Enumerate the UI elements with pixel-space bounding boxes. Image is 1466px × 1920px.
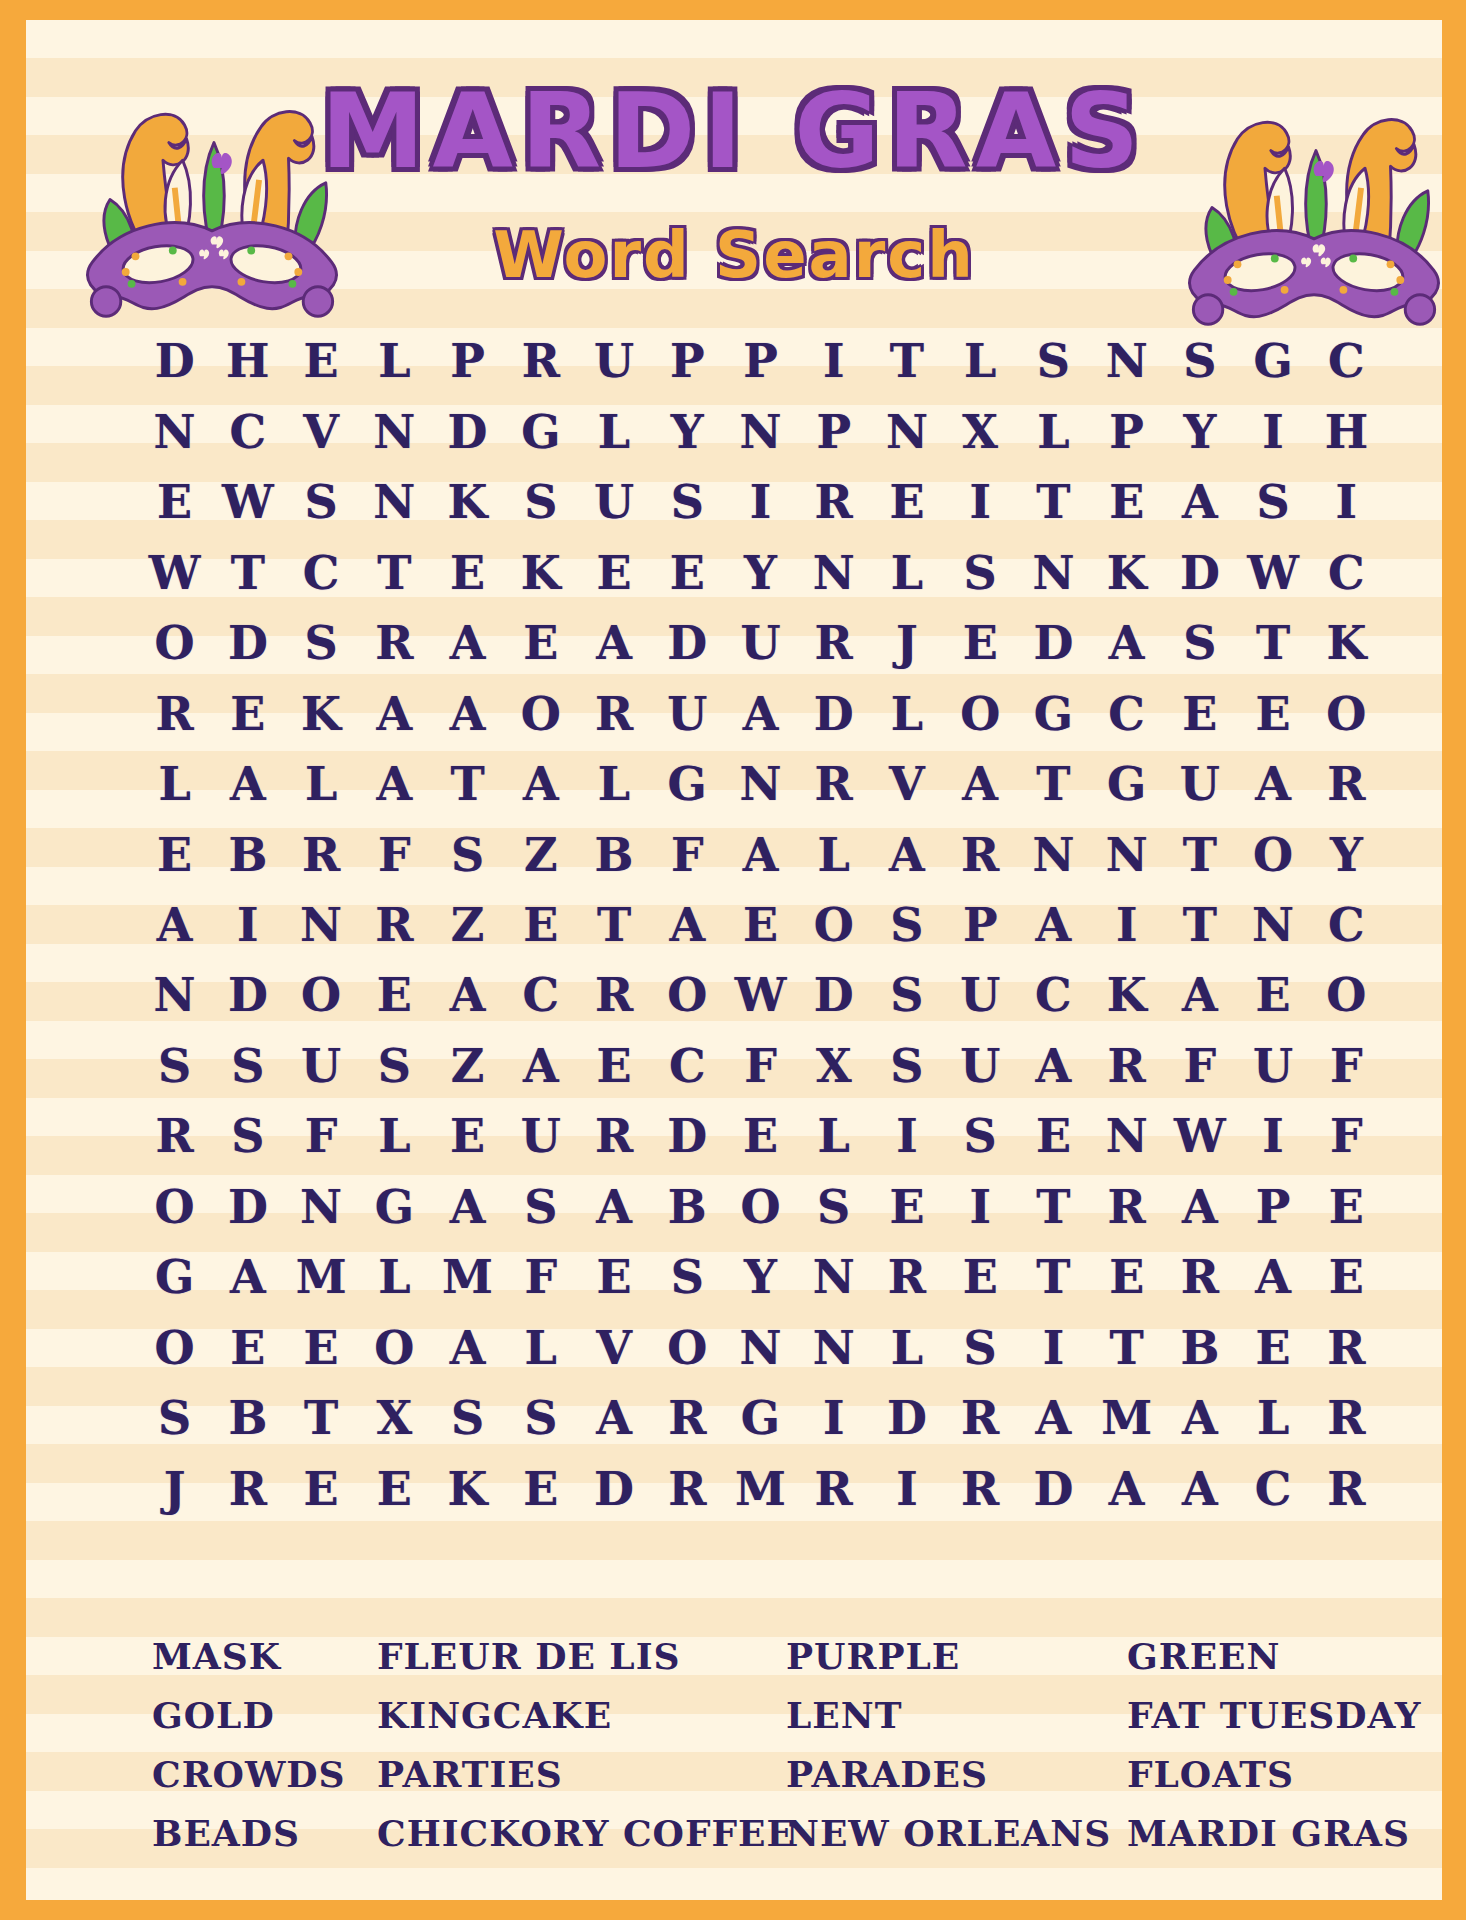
grid-cell-r16c15[interactable]: A [1163,1383,1236,1453]
grid-cell-r12c6[interactable]: U [504,1101,577,1171]
grid-cell-r1c5[interactable]: P [431,326,504,396]
grid-cell-r7c8[interactable]: G [651,749,724,819]
grid-cell-r17c5[interactable]: K [431,1454,504,1524]
grid-cell-r10c16[interactable]: E [1237,960,1310,1030]
grid-cell-r3c1[interactable]: E [138,467,211,537]
grid-cell-r17c7[interactable]: D [577,1454,650,1524]
grid-cell-r8c12[interactable]: R [944,819,1017,889]
grid-cell-r6c4[interactable]: A [358,678,431,748]
grid-cell-r11c11[interactable]: S [870,1031,943,1101]
grid-cell-r2c15[interactable]: Y [1163,396,1236,466]
grid-cell-r9c5[interactable]: Z [431,890,504,960]
grid-cell-r3c9[interactable]: I [724,467,797,537]
grid-cell-r16c12[interactable]: R [944,1383,1017,1453]
grid-cell-r13c1[interactable]: O [138,1172,211,1242]
grid-cell-r3c4[interactable]: N [358,467,431,537]
grid-cell-r14c13[interactable]: T [1017,1242,1090,1312]
grid-cell-r7c10[interactable]: R [797,749,870,819]
worksheet-page: MARDI GRAS Word Search [0,0,1466,1920]
grid-cell-r17c8[interactable]: R [651,1454,724,1524]
grid-cell-r5c6[interactable]: E [504,608,577,678]
grid-cell-r4c6[interactable]: K [504,537,577,607]
grid-cell-r5c1[interactable]: O [138,608,211,678]
grid-cell-r1c15[interactable]: S [1163,326,1236,396]
grid-cell-r7c5[interactable]: T [431,749,504,819]
grid-cell-r15c13[interactable]: I [1017,1313,1090,1383]
word-list-item: BEADS [152,1803,346,1862]
grid-cell-r10c17[interactable]: O [1310,960,1383,1030]
grid-cell-r15c9[interactable]: N [724,1313,797,1383]
grid-cell-r3c10[interactable]: R [797,467,870,537]
grid-cell-r2c16[interactable]: I [1237,396,1310,466]
grid-cell-r6c6[interactable]: O [504,678,577,748]
grid-cell-r7c17[interactable]: R [1310,749,1383,819]
grid-cell-r13c9[interactable]: O [724,1172,797,1242]
grid-cell-r6c11[interactable]: L [870,678,943,748]
grid-cell-r10c15[interactable]: A [1163,960,1236,1030]
grid-cell-r13c11[interactable]: E [870,1172,943,1242]
grid-cell-r4c1[interactable]: W [138,537,211,607]
grid-cell-r17c10[interactable]: R [797,1454,870,1524]
grid-cell-r13c5[interactable]: A [431,1172,504,1242]
grid-cell-r5c13[interactable]: D [1017,608,1090,678]
grid-cell-r12c3[interactable]: F [284,1101,357,1171]
grid-cell-r1c4[interactable]: L [358,326,431,396]
grid-cell-r7c9[interactable]: N [724,749,797,819]
grid-cell-r2c5[interactable]: D [431,396,504,466]
grid-cell-r11c17[interactable]: F [1310,1031,1383,1101]
grid-cell-r14c3[interactable]: M [284,1242,357,1312]
grid-cell-r7c13[interactable]: T [1017,749,1090,819]
grid-cell-r15c14[interactable]: T [1090,1313,1163,1383]
grid-cell-r14c17[interactable]: E [1310,1242,1383,1312]
grid-cell-r16c17[interactable]: R [1310,1383,1383,1453]
grid-cell-r12c7[interactable]: R [577,1101,650,1171]
word-list-item: NEW ORLEANS [786,1803,1111,1862]
word-list-item: MASK [152,1626,346,1685]
grid-cell-r14c12[interactable]: E [944,1242,1017,1312]
grid-cell-r17c3[interactable]: E [284,1454,357,1524]
grid-cell-r5c5[interactable]: A [431,608,504,678]
grid-cell-r2c10[interactable]: P [797,396,870,466]
grid-cell-r3c15[interactable]: A [1163,467,1236,537]
grid-cell-r3c16[interactable]: S [1237,467,1310,537]
grid-cell-r1c13[interactable]: S [1017,326,1090,396]
grid-cell-r3c17[interactable]: I [1310,467,1383,537]
grid-cell-r2c11[interactable]: N [870,396,943,466]
grid-cell-r16c10[interactable]: I [797,1383,870,1453]
grid-cell-r5c17[interactable]: K [1310,608,1383,678]
grid-cell-r13c10[interactable]: S [797,1172,870,1242]
grid-cell-r7c6[interactable]: A [504,749,577,819]
grid-cell-r3c5[interactable]: K [431,467,504,537]
grid-cell-r17c16[interactable]: C [1237,1454,1310,1524]
grid-cell-r15c3[interactable]: E [284,1313,357,1383]
grid-cell-r5c8[interactable]: D [651,608,724,678]
grid-cell-r9c15[interactable]: T [1163,890,1236,960]
grid-cell-r9c13[interactable]: A [1017,890,1090,960]
grid-cell-r6c17[interactable]: O [1310,678,1383,748]
grid-cell-r8c17[interactable]: Y [1310,819,1383,889]
grid-cell-r11c13[interactable]: A [1017,1031,1090,1101]
grid-cell-r1c10[interactable]: I [797,326,870,396]
grid-cell-r2c1[interactable]: N [138,396,211,466]
grid-cell-r8c15[interactable]: T [1163,819,1236,889]
grid-cell-r6c5[interactable]: A [431,678,504,748]
grid-cell-r12c8[interactable]: D [651,1101,724,1171]
grid-cell-r4c9[interactable]: Y [724,537,797,607]
grid-cell-r10c3[interactable]: O [284,960,357,1030]
grid-cell-r8c4[interactable]: F [358,819,431,889]
grid-cell-r7c7[interactable]: L [577,749,650,819]
grid-cell-r8c9[interactable]: A [724,819,797,889]
grid-cell-r11c8[interactable]: C [651,1031,724,1101]
grid-cell-r14c2[interactable]: A [211,1242,284,1312]
grid-cell-r2c6[interactable]: G [504,396,577,466]
grid-cell-r12c9[interactable]: E [724,1101,797,1171]
grid-cell-r1c17[interactable]: C [1310,326,1383,396]
grid-cell-r12c4[interactable]: L [358,1101,431,1171]
grid-cell-r15c16[interactable]: E [1237,1313,1310,1383]
grid-cell-r4c7[interactable]: E [577,537,650,607]
grid-cell-r4c14[interactable]: K [1090,537,1163,607]
grid-cell-r15c12[interactable]: S [944,1313,1017,1383]
grid-cell-r4c2[interactable]: T [211,537,284,607]
grid-cell-r16c1[interactable]: S [138,1383,211,1453]
grid-cell-r14c7[interactable]: E [577,1242,650,1312]
grid-cell-r6c14[interactable]: C [1090,678,1163,748]
grid-cell-r10c4[interactable]: E [358,960,431,1030]
grid-cell-r6c10[interactable]: D [797,678,870,748]
grid-cell-r16c11[interactable]: D [870,1383,943,1453]
grid-cell-r4c11[interactable]: L [870,537,943,607]
grid-cell-r13c7[interactable]: A [577,1172,650,1242]
grid-cell-r15c4[interactable]: O [358,1313,431,1383]
grid-cell-r12c16[interactable]: I [1237,1101,1310,1171]
grid-cell-r5c15[interactable]: S [1163,608,1236,678]
grid-cell-r6c7[interactable]: R [577,678,650,748]
grid-cell-r14c8[interactable]: S [651,1242,724,1312]
grid-cell-r16c16[interactable]: L [1237,1383,1310,1453]
grid-cell-r1c2[interactable]: H [211,326,284,396]
grid-cell-r7c4[interactable]: A [358,749,431,819]
grid-cell-r13c8[interactable]: B [651,1172,724,1242]
grid-cell-r9c11[interactable]: S [870,890,943,960]
grid-cell-r1c16[interactable]: G [1237,326,1310,396]
grid-cell-r12c17[interactable]: F [1310,1101,1383,1171]
grid-cell-r11c15[interactable]: F [1163,1031,1236,1101]
grid-cell-r5c3[interactable]: S [284,608,357,678]
grid-cell-r9c12[interactable]: P [944,890,1017,960]
grid-cell-r7c1[interactable]: L [138,749,211,819]
grid-cell-r7c11[interactable]: V [870,749,943,819]
grid-cell-r15c1[interactable]: O [138,1313,211,1383]
grid-cell-r4c3[interactable]: C [284,537,357,607]
grid-cell-r6c12[interactable]: O [944,678,1017,748]
grid-cell-r7c2[interactable]: A [211,749,284,819]
grid-cell-r5c12[interactable]: E [944,608,1017,678]
grid-cell-r15c11[interactable]: L [870,1313,943,1383]
grid-cell-r7c16[interactable]: A [1237,749,1310,819]
grid-cell-r11c7[interactable]: E [577,1031,650,1101]
grid-cell-r7c12[interactable]: A [944,749,1017,819]
grid-cell-r3c8[interactable]: S [651,467,724,537]
grid-cell-r11c3[interactable]: U [284,1031,357,1101]
grid-cell-r14c14[interactable]: E [1090,1242,1163,1312]
grid-cell-r10c1[interactable]: N [138,960,211,1030]
grid-cell-r7c15[interactable]: U [1163,749,1236,819]
grid-cell-r7c3[interactable]: L [284,749,357,819]
grid-cell-r17c12[interactable]: R [944,1454,1017,1524]
grid-cell-r10c8[interactable]: O [651,960,724,1030]
grid-cell-r1c7[interactable]: U [577,326,650,396]
grid-cell-r12c5[interactable]: E [431,1101,504,1171]
grid-cell-r8c1[interactable]: E [138,819,211,889]
grid-cell-r9c10[interactable]: O [797,890,870,960]
grid-cell-r1c8[interactable]: P [651,326,724,396]
grid-cell-r15c2[interactable]: E [211,1313,284,1383]
grid-cell-r17c1[interactable]: J [138,1454,211,1524]
grid-cell-r4c4[interactable]: T [358,537,431,607]
grid-cell-r10c14[interactable]: K [1090,960,1163,1030]
grid-cell-r3c2[interactable]: W [211,467,284,537]
grid-cell-r10c7[interactable]: R [577,960,650,1030]
word-list-item: GOLD [152,1685,346,1744]
grid-cell-r1c14[interactable]: N [1090,326,1163,396]
grid-cell-r10c5[interactable]: A [431,960,504,1030]
grid-cell-r13c4[interactable]: G [358,1172,431,1242]
grid-cell-r12c15[interactable]: W [1163,1101,1236,1171]
grid-cell-r4c5[interactable]: E [431,537,504,607]
grid-cell-r1c3[interactable]: E [284,326,357,396]
grid-cell-r6c3[interactable]: K [284,678,357,748]
grid-cell-r2c13[interactable]: L [1017,396,1090,466]
grid-cell-r9c7[interactable]: T [577,890,650,960]
word-list-column-4: GREENFAT TUESDAYFLOATSMARDI GRAS [1127,1626,1421,1862]
grid-cell-r2c4[interactable]: N [358,396,431,466]
grid-cell-r4c16[interactable]: W [1237,537,1310,607]
grid-cell-r4c13[interactable]: N [1017,537,1090,607]
grid-cell-r13c17[interactable]: E [1310,1172,1383,1242]
grid-cell-r14c16[interactable]: A [1237,1242,1310,1312]
grid-cell-r9c4[interactable]: R [358,890,431,960]
grid-cell-r3c3[interactable]: S [284,467,357,537]
grid-cell-r8c14[interactable]: N [1090,819,1163,889]
grid-cell-r1c6[interactable]: R [504,326,577,396]
grid-cell-r16c5[interactable]: S [431,1383,504,1453]
grid-cell-r6c15[interactable]: E [1163,678,1236,748]
grid-cell-r15c5[interactable]: A [431,1313,504,1383]
grid-cell-r15c6[interactable]: L [504,1313,577,1383]
grid-cell-r4c17[interactable]: C [1310,537,1383,607]
grid-cell-r3c7[interactable]: U [577,467,650,537]
grid-cell-r15c10[interactable]: N [797,1313,870,1383]
grid-cell-r11c9[interactable]: F [724,1031,797,1101]
grid-cell-r13c15[interactable]: A [1163,1172,1236,1242]
grid-cell-r16c9[interactable]: G [724,1383,797,1453]
grid-cell-r14c15[interactable]: R [1163,1242,1236,1312]
grid-cell-r13c12[interactable]: I [944,1172,1017,1242]
grid-cell-r5c4[interactable]: R [358,608,431,678]
grid-cell-r17c11[interactable]: I [870,1454,943,1524]
grid-cell-r13c6[interactable]: S [504,1172,577,1242]
grid-cell-r12c14[interactable]: N [1090,1101,1163,1171]
word-list-item: CROWDS [152,1744,346,1803]
grid-cell-r11c2[interactable]: S [211,1031,284,1101]
word-list-item: KINGCAKE [377,1685,795,1744]
grid-cell-r9c8[interactable]: A [651,890,724,960]
grid-cell-r12c12[interactable]: S [944,1101,1017,1171]
grid-cell-r16c6[interactable]: S [504,1383,577,1453]
grid-cell-r11c16[interactable]: U [1237,1031,1310,1101]
grid-cell-r12c1[interactable]: R [138,1101,211,1171]
grid-cell-r8c3[interactable]: R [284,819,357,889]
grid-cell-r3c14[interactable]: E [1090,467,1163,537]
grid-cell-r14c6[interactable]: F [504,1242,577,1312]
grid-cell-r17c4[interactable]: E [358,1454,431,1524]
grid-cell-r13c2[interactable]: D [211,1172,284,1242]
grid-cell-r14c10[interactable]: N [797,1242,870,1312]
grid-cell-r17c9[interactable]: M [724,1454,797,1524]
grid-cell-r17c14[interactable]: A [1090,1454,1163,1524]
grid-cell-r6c13[interactable]: G [1017,678,1090,748]
grid-cell-r6c16[interactable]: E [1237,678,1310,748]
grid-cell-r3c12[interactable]: I [944,467,1017,537]
grid-cell-r6c1[interactable]: R [138,678,211,748]
word-list-column-1: MASKGOLDCROWDSBEADS [152,1626,346,1862]
grid-cell-r10c9[interactable]: W [724,960,797,1030]
grid-cell-r8c6[interactable]: Z [504,819,577,889]
grid-cell-r13c13[interactable]: T [1017,1172,1090,1242]
grid-cell-r17c13[interactable]: D [1017,1454,1090,1524]
grid-cell-r11c10[interactable]: X [797,1031,870,1101]
grid-cell-r8c16[interactable]: O [1237,819,1310,889]
grid-cell-r5c2[interactable]: D [211,608,284,678]
grid-cell-r16c3[interactable]: T [284,1383,357,1453]
grid-cell-r10c13[interactable]: C [1017,960,1090,1030]
grid-cell-r5c11[interactable]: J [870,608,943,678]
grid-cell-r15c7[interactable]: V [577,1313,650,1383]
grid-cell-r12c10[interactable]: L [797,1101,870,1171]
grid-cell-r1c12[interactable]: L [944,326,1017,396]
grid-cell-r4c12[interactable]: S [944,537,1017,607]
grid-cell-r16c2[interactable]: B [211,1383,284,1453]
grid-cell-r16c4[interactable]: X [358,1383,431,1453]
grid-cell-r13c14[interactable]: R [1090,1172,1163,1242]
grid-cell-r17c15[interactable]: A [1163,1454,1236,1524]
grid-cell-r2c8[interactable]: Y [651,396,724,466]
grid-cell-r1c11[interactable]: T [870,326,943,396]
grid-cell-r12c2[interactable]: S [211,1101,284,1171]
word-list-item: CHICKORY COFFEE [377,1803,795,1862]
grid-cell-r16c7[interactable]: A [577,1383,650,1453]
grid-cell-r8c11[interactable]: A [870,819,943,889]
grid-cell-r14c5[interactable]: M [431,1242,504,1312]
grid-cell-r10c12[interactable]: U [944,960,1017,1030]
grid-cell-r16c8[interactable]: R [651,1383,724,1453]
grid-cell-r2c2[interactable]: C [211,396,284,466]
grid-cell-r11c1[interactable]: S [138,1031,211,1101]
grid-cell-r13c16[interactable]: P [1237,1172,1310,1242]
grid-cell-r5c7[interactable]: A [577,608,650,678]
grid-cell-r3c11[interactable]: E [870,467,943,537]
grid-cell-r2c17[interactable]: H [1310,396,1383,466]
grid-cell-r11c14[interactable]: R [1090,1031,1163,1101]
grid-cell-r6c9[interactable]: A [724,678,797,748]
grid-cell-r8c8[interactable]: F [651,819,724,889]
grid-cell-r10c10[interactable]: D [797,960,870,1030]
grid-cell-r15c15[interactable]: B [1163,1313,1236,1383]
grid-cell-r13c3[interactable]: N [284,1172,357,1242]
grid-cell-r9c6[interactable]: E [504,890,577,960]
grid-cell-r1c1[interactable]: D [138,326,211,396]
grid-cell-r9c14[interactable]: I [1090,890,1163,960]
grid-cell-r5c16[interactable]: T [1237,608,1310,678]
grid-cell-r11c12[interactable]: U [944,1031,1017,1101]
grid-cell-r16c13[interactable]: A [1017,1383,1090,1453]
grid-cell-r5c9[interactable]: U [724,608,797,678]
grid-cell-r7c14[interactable]: G [1090,749,1163,819]
grid-cell-r14c1[interactable]: G [138,1242,211,1312]
grid-cell-r4c8[interactable]: E [651,537,724,607]
grid-cell-r6c8[interactable]: U [651,678,724,748]
grid-cell-r9c17[interactable]: C [1310,890,1383,960]
grid-cell-r10c6[interactable]: C [504,960,577,1030]
grid-cell-r15c8[interactable]: O [651,1313,724,1383]
grid-cell-r3c6[interactable]: S [504,467,577,537]
grid-cell-r3c13[interactable]: T [1017,467,1090,537]
grid-cell-r5c14[interactable]: A [1090,608,1163,678]
grid-cell-r8c7[interactable]: B [577,819,650,889]
grid-cell-r2c7[interactable]: L [577,396,650,466]
grid-cell-r6c2[interactable]: E [211,678,284,748]
grid-cell-r14c4[interactable]: L [358,1242,431,1312]
grid-cell-r10c11[interactable]: S [870,960,943,1030]
grid-cell-r9c9[interactable]: E [724,890,797,960]
grid-cell-r17c17[interactable]: R [1310,1454,1383,1524]
grid-cell-r2c14[interactable]: P [1090,396,1163,466]
grid-cell-r8c13[interactable]: N [1017,819,1090,889]
grid-cell-r11c5[interactable]: Z [431,1031,504,1101]
grid-cell-r10c2[interactable]: D [211,960,284,1030]
grid-cell-r11c4[interactable]: S [358,1031,431,1101]
grid-cell-r2c3[interactable]: V [284,396,357,466]
grid-cell-r1c9[interactable]: P [724,326,797,396]
grid-cell-r11c6[interactable]: A [504,1031,577,1101]
grid-cell-r14c9[interactable]: Y [724,1242,797,1312]
grid-cell-r4c10[interactable]: N [797,537,870,607]
grid-cell-r8c2[interactable]: B [211,819,284,889]
grid-cell-r14c11[interactable]: R [870,1242,943,1312]
grid-cell-r5c10[interactable]: R [797,608,870,678]
grid-cell-r8c5[interactable]: S [431,819,504,889]
word-list-item: PARADES [786,1744,1111,1803]
grid-cell-r9c16[interactable]: N [1237,890,1310,960]
grid-cell-r17c2[interactable]: R [211,1454,284,1524]
grid-cell-r9c1[interactable]: A [138,890,211,960]
grid-cell-r2c12[interactable]: X [944,396,1017,466]
grid-cell-r4c15[interactable]: D [1163,537,1236,607]
grid-cell-r15c17[interactable]: R [1310,1313,1383,1383]
grid-cell-r2c9[interactable]: N [724,396,797,466]
grid-cell-r9c3[interactable]: N [284,890,357,960]
grid-cell-r16c14[interactable]: M [1090,1383,1163,1453]
grid-cell-r17c6[interactable]: E [504,1454,577,1524]
grid-cell-r12c13[interactable]: E [1017,1101,1090,1171]
grid-cell-r9c2[interactable]: I [211,890,284,960]
grid-cell-r12c11[interactable]: I [870,1101,943,1171]
grid-cell-r8c10[interactable]: L [797,819,870,889]
